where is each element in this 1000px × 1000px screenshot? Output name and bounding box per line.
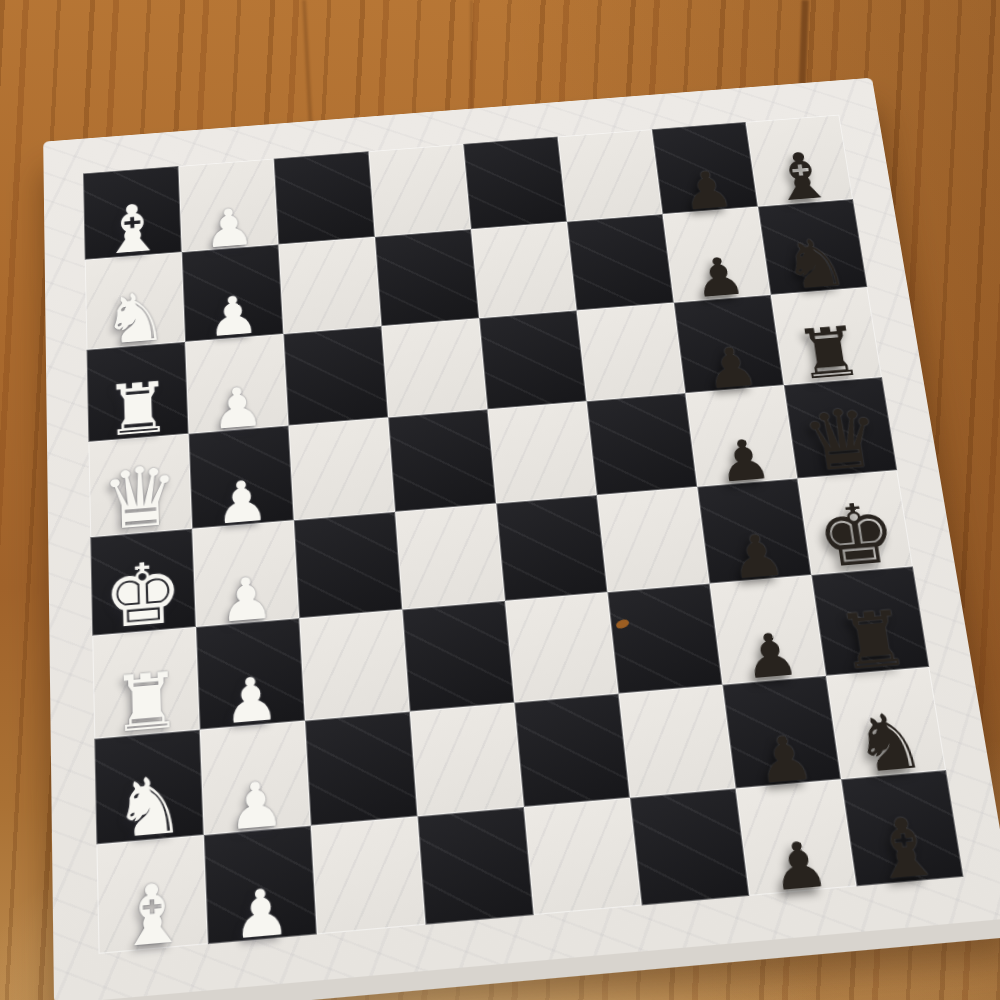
square-r2-c3 — [278, 237, 381, 333]
square-r6-c6 — [607, 584, 722, 693]
square-r7-c8 — [826, 666, 946, 779]
square-r6-c2 — [196, 618, 305, 729]
square-r8-c7 — [736, 779, 857, 896]
board-squares — [83, 115, 963, 954]
square-r2-c7 — [663, 207, 771, 302]
square-r2-c6 — [567, 214, 674, 310]
square-r4-c2 — [189, 425, 294, 528]
chess-board: ♝♟♟♝♞♟♟♞♜♟♟♜♛♟♟♛♚♟♟♚♜♟♟♜♞♟♟♞♝♟♟♝ — [43, 78, 1000, 1000]
square-r6-c3 — [299, 610, 410, 720]
square-r1-c5 — [463, 137, 567, 230]
square-r3-c7 — [674, 294, 784, 393]
wood-table-background: ♝♟♟♝♞♟♟♞♜♟♟♜♛♟♟♛♚♟♟♚♜♟♟♜♞♟♟♞♝♟♟♝ — [0, 0, 1000, 1000]
square-r5-c1 — [90, 529, 196, 636]
square-r1-c6 — [558, 129, 663, 222]
square-r3-c6 — [577, 302, 686, 401]
square-r1-c1 — [83, 166, 182, 260]
square-r4-c1 — [88, 433, 192, 537]
square-r2-c2 — [182, 245, 284, 342]
square-r6-c1 — [92, 627, 200, 738]
square-r7-c3 — [305, 711, 418, 825]
wood-grain-streak — [470, 0, 473, 120]
square-r4-c8 — [784, 377, 897, 479]
square-r4-c4 — [388, 409, 496, 512]
square-r8-c4 — [417, 807, 533, 925]
square-r6-c8 — [811, 567, 929, 676]
square-r5-c7 — [697, 478, 811, 583]
square-r8-c1 — [96, 835, 208, 954]
square-r5-c6 — [597, 487, 710, 593]
square-r3-c3 — [283, 326, 388, 426]
square-r5-c4 — [395, 503, 505, 609]
square-r4-c3 — [288, 417, 395, 520]
square-r5-c2 — [192, 520, 299, 627]
square-r5-c3 — [294, 512, 403, 619]
square-r7-c7 — [722, 675, 841, 788]
square-r2-c5 — [471, 222, 577, 318]
square-r8-c2 — [204, 825, 317, 944]
square-r3-c5 — [479, 310, 586, 409]
square-r1-c7 — [652, 122, 758, 214]
square-r4-c6 — [587, 393, 698, 495]
square-r8-c6 — [630, 788, 749, 905]
square-r8-c8 — [841, 770, 964, 887]
square-r1-c2 — [178, 159, 278, 253]
square-r2-c4 — [375, 229, 479, 325]
square-r7-c5 — [514, 693, 630, 807]
square-r6-c5 — [505, 592, 618, 702]
square-r5-c5 — [496, 495, 607, 601]
square-r6-c7 — [710, 575, 826, 684]
square-r4-c7 — [685, 385, 797, 487]
square-r3-c2 — [185, 334, 288, 434]
square-r2-c1 — [85, 252, 185, 349]
square-r5-c8 — [797, 470, 913, 575]
square-r7-c1 — [94, 729, 203, 844]
square-r3-c8 — [771, 287, 882, 385]
square-r6-c4 — [402, 601, 514, 711]
square-r8-c3 — [311, 816, 426, 934]
square-r3-c4 — [381, 318, 487, 417]
square-r7-c2 — [200, 720, 311, 835]
square-r4-c5 — [487, 401, 596, 503]
square-r7-c6 — [618, 684, 735, 797]
square-r2-c8 — [758, 199, 867, 294]
square-r1-c3 — [274, 151, 375, 244]
square-r1-c8 — [746, 115, 853, 207]
square-r1-c4 — [369, 144, 471, 237]
square-r7-c4 — [410, 702, 524, 816]
square-r3-c1 — [87, 341, 189, 441]
square-r8-c5 — [524, 797, 642, 915]
